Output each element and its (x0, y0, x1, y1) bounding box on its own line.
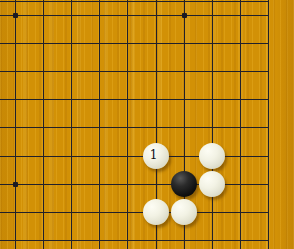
stones-layer: 1 (1, 1, 282, 249)
go-board[interactable]: 1 (0, 0, 294, 249)
stone-white (199, 171, 225, 197)
stone-white (199, 143, 225, 169)
stone-white (143, 199, 169, 225)
move-number-label: 1 (150, 149, 158, 161)
stone-white: 1 (143, 143, 169, 169)
stone-black (171, 171, 197, 197)
stone-white (171, 199, 197, 225)
